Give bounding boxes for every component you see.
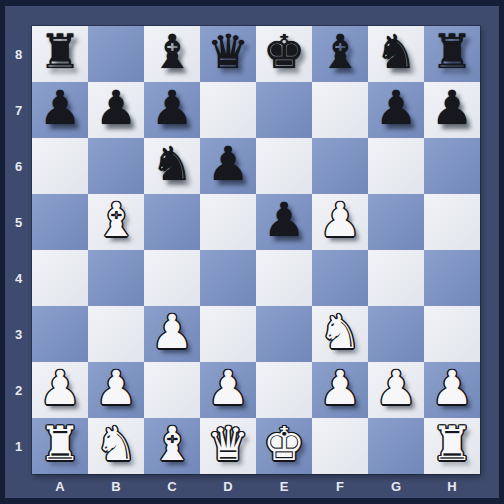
square-d3[interactable] [200, 306, 256, 362]
square-b4[interactable] [88, 250, 144, 306]
piece-white-pawn[interactable]: ♟ [39, 360, 81, 416]
square-a7[interactable]: ♟ [32, 82, 88, 138]
square-a8[interactable]: ♜ [32, 26, 88, 82]
rank-label-1: 1 [5, 418, 32, 474]
square-f4[interactable] [312, 250, 368, 306]
square-h6[interactable] [424, 138, 480, 194]
file-label-b: B [88, 474, 144, 498]
square-c6[interactable]: ♞ [144, 138, 200, 194]
square-e3[interactable] [256, 306, 312, 362]
piece-white-queen[interactable]: ♛ [207, 416, 249, 472]
square-a4[interactable] [32, 250, 88, 306]
square-d7[interactable] [200, 82, 256, 138]
square-b3[interactable] [88, 306, 144, 362]
square-b6[interactable] [88, 138, 144, 194]
square-h5[interactable] [424, 194, 480, 250]
square-d8[interactable]: ♛ [200, 26, 256, 82]
piece-black-pawn[interactable]: ♟ [151, 80, 193, 136]
file-label-a: A [32, 474, 88, 498]
square-e2[interactable] [256, 362, 312, 418]
piece-black-bishop[interactable]: ♝ [151, 24, 193, 80]
square-e5[interactable]: ♟ [256, 194, 312, 250]
square-f3[interactable]: ♞ [312, 306, 368, 362]
piece-white-king[interactable]: ♚ [263, 416, 305, 472]
square-b2[interactable]: ♟ [88, 362, 144, 418]
square-b5[interactable]: ♝ [88, 194, 144, 250]
file-label-d: D [200, 474, 256, 498]
piece-black-rook[interactable]: ♜ [431, 24, 473, 80]
square-e7[interactable] [256, 82, 312, 138]
square-h8[interactable]: ♜ [424, 26, 480, 82]
square-e1[interactable]: ♚ [256, 418, 312, 474]
piece-white-pawn[interactable]: ♟ [95, 360, 137, 416]
square-c1[interactable]: ♝ [144, 418, 200, 474]
square-h2[interactable]: ♟ [424, 362, 480, 418]
piece-black-pawn[interactable]: ♟ [39, 80, 81, 136]
piece-black-pawn[interactable]: ♟ [207, 136, 249, 192]
piece-black-pawn[interactable]: ♟ [431, 80, 473, 136]
piece-white-bishop[interactable]: ♝ [151, 416, 193, 472]
square-f2[interactable]: ♟ [312, 362, 368, 418]
square-g5[interactable] [368, 194, 424, 250]
piece-white-pawn[interactable]: ♟ [431, 360, 473, 416]
piece-white-pawn[interactable]: ♟ [319, 360, 361, 416]
piece-black-rook[interactable]: ♜ [39, 24, 81, 80]
piece-black-knight[interactable]: ♞ [375, 24, 417, 80]
square-a2[interactable]: ♟ [32, 362, 88, 418]
square-c4[interactable] [144, 250, 200, 306]
piece-white-pawn[interactable]: ♟ [319, 192, 361, 248]
piece-white-knight[interactable]: ♞ [319, 304, 361, 360]
piece-white-rook[interactable]: ♜ [431, 416, 473, 472]
square-h4[interactable] [424, 250, 480, 306]
square-d6[interactable]: ♟ [200, 138, 256, 194]
square-d4[interactable] [200, 250, 256, 306]
rank-label-3: 3 [5, 306, 32, 362]
file-label-g: G [368, 474, 424, 498]
square-f7[interactable] [312, 82, 368, 138]
square-e6[interactable] [256, 138, 312, 194]
piece-white-pawn[interactable]: ♟ [207, 360, 249, 416]
piece-black-queen[interactable]: ♛ [207, 24, 249, 80]
rank-label-5: 5 [5, 194, 32, 250]
square-c8[interactable]: ♝ [144, 26, 200, 82]
rank-label-7: 7 [5, 82, 32, 138]
square-f5[interactable]: ♟ [312, 194, 368, 250]
square-d1[interactable]: ♛ [200, 418, 256, 474]
piece-black-bishop[interactable]: ♝ [319, 24, 361, 80]
rank-label-4: 4 [5, 250, 32, 306]
square-g6[interactable] [368, 138, 424, 194]
piece-black-pawn[interactable]: ♟ [375, 80, 417, 136]
square-d5[interactable] [200, 194, 256, 250]
square-g8[interactable]: ♞ [368, 26, 424, 82]
file-label-e: E [256, 474, 312, 498]
file-label-h: H [424, 474, 480, 498]
square-b1[interactable]: ♞ [88, 418, 144, 474]
piece-black-pawn[interactable]: ♟ [95, 80, 137, 136]
piece-white-knight[interactable]: ♞ [95, 416, 137, 472]
piece-black-knight[interactable]: ♞ [151, 136, 193, 192]
rank-label-6: 6 [5, 138, 32, 194]
file-label-c: C [144, 474, 200, 498]
piece-black-pawn[interactable]: ♟ [263, 192, 305, 248]
square-b7[interactable]: ♟ [88, 82, 144, 138]
square-f1[interactable] [312, 418, 368, 474]
rank-label-2: 2 [5, 362, 32, 418]
square-g2[interactable]: ♟ [368, 362, 424, 418]
chess-board: ♜♝♛♚♝♞♜♟♟♟♟♟♞♟♝♟♟♟♞♟♟♟♟♟♟♜♞♝♛♚♜ [32, 26, 480, 474]
piece-black-king[interactable]: ♚ [263, 24, 305, 80]
piece-white-bishop[interactable]: ♝ [95, 192, 137, 248]
square-c5[interactable] [144, 194, 200, 250]
square-g3[interactable] [368, 306, 424, 362]
square-e8[interactable]: ♚ [256, 26, 312, 82]
square-e4[interactable] [256, 250, 312, 306]
file-label-f: F [312, 474, 368, 498]
square-f6[interactable] [312, 138, 368, 194]
square-g7[interactable]: ♟ [368, 82, 424, 138]
square-b8[interactable] [88, 26, 144, 82]
file-labels: ABCDEFGH [32, 474, 480, 498]
piece-white-pawn[interactable]: ♟ [375, 360, 417, 416]
square-a1[interactable]: ♜ [32, 418, 88, 474]
square-g4[interactable] [368, 250, 424, 306]
square-a6[interactable] [32, 138, 88, 194]
square-c7[interactable]: ♟ [144, 82, 200, 138]
square-a3[interactable] [32, 306, 88, 362]
rank-labels: 87654321 [5, 26, 32, 474]
rank-label-8: 8 [5, 26, 32, 82]
square-h3[interactable] [424, 306, 480, 362]
square-c2[interactable] [144, 362, 200, 418]
piece-white-pawn[interactable]: ♟ [151, 304, 193, 360]
square-a5[interactable] [32, 194, 88, 250]
square-c3[interactable]: ♟ [144, 306, 200, 362]
square-f8[interactable]: ♝ [312, 26, 368, 82]
square-h7[interactable]: ♟ [424, 82, 480, 138]
square-d2[interactable]: ♟ [200, 362, 256, 418]
square-h1[interactable]: ♜ [424, 418, 480, 474]
piece-white-rook[interactable]: ♜ [39, 416, 81, 472]
square-g1[interactable] [368, 418, 424, 474]
